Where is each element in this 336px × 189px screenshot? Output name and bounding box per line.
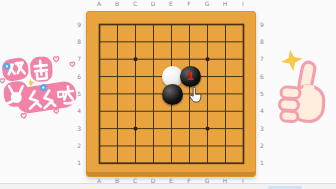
hand-pointer-cursor <box>189 87 202 108</box>
row-labels-right: 987 654 321 <box>260 16 272 173</box>
go-board[interactable]: 1 <box>86 11 256 177</box>
move-number-marker: 1 <box>180 66 201 87</box>
column-labels-top: ABC DEF GHI <box>90 0 252 8</box>
bottom-edge-strip <box>0 183 336 189</box>
scrollbar-thumb[interactable] <box>268 186 302 189</box>
black-stone-F6: 1 <box>180 66 201 87</box>
double-tap-kiss-sticker <box>0 48 84 140</box>
thumbs-up-sticker <box>274 45 335 144</box>
black-stone-E5 <box>162 84 183 105</box>
